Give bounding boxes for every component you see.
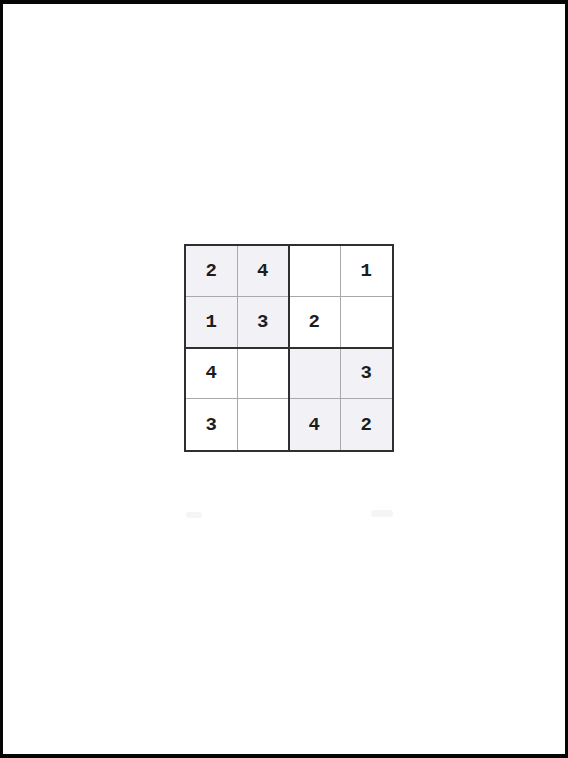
cell-r2c2: 3 (238, 297, 290, 348)
cell-r4c3: 4 (289, 399, 341, 450)
cell-r1c2: 4 (238, 246, 290, 297)
cell-r3c4: 3 (341, 348, 393, 399)
box-divider-horizontal (186, 347, 392, 349)
cell-r2c1: 1 (186, 297, 238, 348)
cell-r1c1: 2 (186, 246, 238, 297)
cell-r3c3[interactable] (289, 348, 341, 399)
cell-r1c4: 1 (341, 246, 393, 297)
cell-r2c3: 2 (289, 297, 341, 348)
scan-smudge (371, 510, 393, 517)
cell-r4c1: 3 (186, 399, 238, 450)
worksheet-page: 24113243342 (0, 0, 568, 758)
cell-r2c4[interactable] (341, 297, 393, 348)
scan-smudge (186, 512, 202, 518)
cell-r4c4: 2 (341, 399, 393, 450)
cell-r4c2[interactable] (238, 399, 290, 450)
cell-r3c2[interactable] (238, 348, 290, 399)
cell-r3c1: 4 (186, 348, 238, 399)
sudoku-board: 24113243342 (184, 244, 394, 452)
cell-r1c3[interactable] (289, 246, 341, 297)
